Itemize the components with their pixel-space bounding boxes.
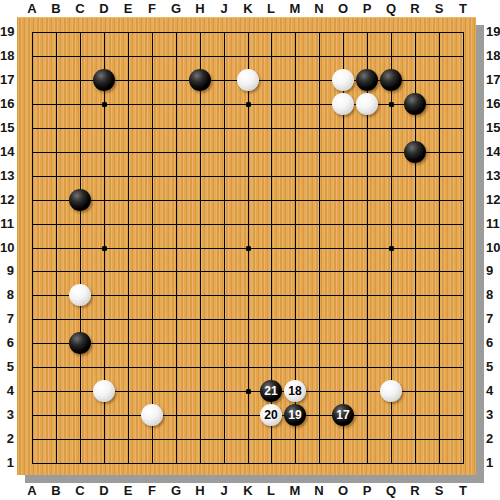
point-h5[interactable]: [188, 355, 212, 379]
point-j10[interactable]: [212, 235, 236, 259]
point-q9[interactable]: [379, 259, 403, 283]
point-g10[interactable]: [164, 235, 188, 259]
point-m2[interactable]: [283, 427, 307, 451]
point-q6[interactable]: [379, 331, 403, 355]
point-k3[interactable]: [235, 403, 259, 427]
point-a8[interactable]: [20, 283, 44, 307]
point-g14[interactable]: [164, 140, 188, 164]
point-n1[interactable]: [307, 451, 331, 475]
point-l16[interactable]: [259, 92, 283, 116]
point-g16[interactable]: [164, 92, 188, 116]
point-o12[interactable]: [331, 188, 355, 212]
point-d5[interactable]: [92, 355, 116, 379]
point-h14[interactable]: [188, 140, 212, 164]
point-t16[interactable]: [451, 92, 475, 116]
point-q2[interactable]: [379, 427, 403, 451]
point-t17[interactable]: [451, 68, 475, 92]
point-t13[interactable]: [451, 164, 475, 188]
point-b6[interactable]: [44, 331, 68, 355]
point-p12[interactable]: [355, 188, 379, 212]
point-n4[interactable]: [307, 379, 331, 403]
point-t15[interactable]: [451, 116, 475, 140]
point-h3[interactable]: [188, 403, 212, 427]
point-c13[interactable]: [68, 164, 92, 188]
point-d6[interactable]: [92, 331, 116, 355]
point-j6[interactable]: [212, 331, 236, 355]
point-g1[interactable]: [164, 451, 188, 475]
point-g17[interactable]: [164, 68, 188, 92]
point-h11[interactable]: [188, 212, 212, 236]
point-f8[interactable]: [140, 283, 164, 307]
point-a7[interactable]: [20, 307, 44, 331]
point-f12[interactable]: [140, 188, 164, 212]
point-n19[interactable]: [307, 20, 331, 44]
point-a4[interactable]: [20, 379, 44, 403]
point-r7[interactable]: [403, 307, 427, 331]
point-k7[interactable]: [235, 307, 259, 331]
point-a5[interactable]: [20, 355, 44, 379]
point-j11[interactable]: [212, 212, 236, 236]
point-s13[interactable]: [427, 164, 451, 188]
point-n16[interactable]: [307, 92, 331, 116]
point-k9[interactable]: [235, 259, 259, 283]
point-c18[interactable]: [68, 44, 92, 68]
point-p10[interactable]: [355, 235, 379, 259]
point-m12[interactable]: [283, 188, 307, 212]
point-g6[interactable]: [164, 331, 188, 355]
point-b3[interactable]: [44, 403, 68, 427]
point-a17[interactable]: [20, 68, 44, 92]
point-e12[interactable]: [116, 188, 140, 212]
point-c19[interactable]: [68, 20, 92, 44]
point-e4[interactable]: [116, 379, 140, 403]
point-o13[interactable]: [331, 164, 355, 188]
point-o18[interactable]: [331, 44, 355, 68]
point-a18[interactable]: [20, 44, 44, 68]
point-n8[interactable]: [307, 283, 331, 307]
point-a12[interactable]: [20, 188, 44, 212]
point-s2[interactable]: [427, 427, 451, 451]
point-n9[interactable]: [307, 259, 331, 283]
point-h7[interactable]: [188, 307, 212, 331]
point-t7[interactable]: [451, 307, 475, 331]
point-o4[interactable]: [331, 379, 355, 403]
point-r4[interactable]: [403, 379, 427, 403]
point-q8[interactable]: [379, 283, 403, 307]
point-m9[interactable]: [283, 259, 307, 283]
point-e7[interactable]: [116, 307, 140, 331]
point-h1[interactable]: [188, 451, 212, 475]
point-m18[interactable]: [283, 44, 307, 68]
point-m5[interactable]: [283, 355, 307, 379]
point-e1[interactable]: [116, 451, 140, 475]
point-d12[interactable]: [92, 188, 116, 212]
point-n17[interactable]: [307, 68, 331, 92]
point-d2[interactable]: [92, 427, 116, 451]
point-q7[interactable]: [379, 307, 403, 331]
point-l2[interactable]: [259, 427, 283, 451]
point-b17[interactable]: [44, 68, 68, 92]
point-s12[interactable]: [427, 188, 451, 212]
point-n18[interactable]: [307, 44, 331, 68]
point-t12[interactable]: [451, 188, 475, 212]
point-t6[interactable]: [451, 331, 475, 355]
point-h4[interactable]: [188, 379, 212, 403]
point-o5[interactable]: [331, 355, 355, 379]
point-h6[interactable]: [188, 331, 212, 355]
point-p9[interactable]: [355, 259, 379, 283]
point-q5[interactable]: [379, 355, 403, 379]
point-g13[interactable]: [164, 164, 188, 188]
point-f15[interactable]: [140, 116, 164, 140]
point-o1[interactable]: [331, 451, 355, 475]
point-r1[interactable]: [403, 451, 427, 475]
point-p11[interactable]: [355, 212, 379, 236]
point-o19[interactable]: [331, 20, 355, 44]
point-r17[interactable]: [403, 68, 427, 92]
point-m16[interactable]: [283, 92, 307, 116]
point-t9[interactable]: [451, 259, 475, 283]
point-s7[interactable]: [427, 307, 451, 331]
point-p5[interactable]: [355, 355, 379, 379]
point-a19[interactable]: [20, 20, 44, 44]
point-b5[interactable]: [44, 355, 68, 379]
point-o8[interactable]: [331, 283, 355, 307]
point-l8[interactable]: [259, 283, 283, 307]
point-g7[interactable]: [164, 307, 188, 331]
point-b15[interactable]: [44, 116, 68, 140]
point-j15[interactable]: [212, 116, 236, 140]
point-s19[interactable]: [427, 20, 451, 44]
point-p14[interactable]: [355, 140, 379, 164]
point-q16[interactable]: [379, 92, 403, 116]
point-q14[interactable]: [379, 140, 403, 164]
point-f5[interactable]: [140, 355, 164, 379]
point-l5[interactable]: [259, 355, 283, 379]
point-a2[interactable]: [20, 427, 44, 451]
point-s17[interactable]: [427, 68, 451, 92]
point-f10[interactable]: [140, 235, 164, 259]
point-g11[interactable]: [164, 212, 188, 236]
point-o9[interactable]: [331, 259, 355, 283]
point-e10[interactable]: [116, 235, 140, 259]
point-a10[interactable]: [20, 235, 44, 259]
point-d9[interactable]: [92, 259, 116, 283]
point-b4[interactable]: [44, 379, 68, 403]
point-c4[interactable]: [68, 379, 92, 403]
point-h18[interactable]: [188, 44, 212, 68]
point-l19[interactable]: [259, 20, 283, 44]
point-j17[interactable]: [212, 68, 236, 92]
point-e9[interactable]: [116, 259, 140, 283]
point-g8[interactable]: [164, 283, 188, 307]
point-o2[interactable]: [331, 427, 355, 451]
point-k4[interactable]: [235, 379, 259, 403]
point-h16[interactable]: [188, 92, 212, 116]
point-p8[interactable]: [355, 283, 379, 307]
point-b10[interactable]: [44, 235, 68, 259]
point-d10[interactable]: [92, 235, 116, 259]
point-c11[interactable]: [68, 212, 92, 236]
point-k6[interactable]: [235, 331, 259, 355]
point-f11[interactable]: [140, 212, 164, 236]
point-p7[interactable]: [355, 307, 379, 331]
point-b13[interactable]: [44, 164, 68, 188]
point-s18[interactable]: [427, 44, 451, 68]
point-n2[interactable]: [307, 427, 331, 451]
point-s14[interactable]: [427, 140, 451, 164]
point-e15[interactable]: [116, 116, 140, 140]
point-g2[interactable]: [164, 427, 188, 451]
point-s15[interactable]: [427, 116, 451, 140]
point-g4[interactable]: [164, 379, 188, 403]
point-t11[interactable]: [451, 212, 475, 236]
point-o10[interactable]: [331, 235, 355, 259]
point-s1[interactable]: [427, 451, 451, 475]
point-p2[interactable]: [355, 427, 379, 451]
point-o6[interactable]: [331, 331, 355, 355]
point-j9[interactable]: [212, 259, 236, 283]
point-b1[interactable]: [44, 451, 68, 475]
point-o14[interactable]: [331, 140, 355, 164]
point-q13[interactable]: [379, 164, 403, 188]
point-q11[interactable]: [379, 212, 403, 236]
point-s8[interactable]: [427, 283, 451, 307]
point-d18[interactable]: [92, 44, 116, 68]
point-k15[interactable]: [235, 116, 259, 140]
point-a15[interactable]: [20, 116, 44, 140]
point-t8[interactable]: [451, 283, 475, 307]
point-j2[interactable]: [212, 427, 236, 451]
point-l15[interactable]: [259, 116, 283, 140]
point-c9[interactable]: [68, 259, 92, 283]
point-r19[interactable]: [403, 20, 427, 44]
point-c10[interactable]: [68, 235, 92, 259]
point-d13[interactable]: [92, 164, 116, 188]
point-d1[interactable]: [92, 451, 116, 475]
point-c14[interactable]: [68, 140, 92, 164]
point-t5[interactable]: [451, 355, 475, 379]
point-b9[interactable]: [44, 259, 68, 283]
point-d14[interactable]: [92, 140, 116, 164]
point-d7[interactable]: [92, 307, 116, 331]
point-a14[interactable]: [20, 140, 44, 164]
point-c5[interactable]: [68, 355, 92, 379]
point-f9[interactable]: [140, 259, 164, 283]
point-p4[interactable]: [355, 379, 379, 403]
point-m14[interactable]: [283, 140, 307, 164]
point-e11[interactable]: [116, 212, 140, 236]
point-l6[interactable]: [259, 331, 283, 355]
point-c15[interactable]: [68, 116, 92, 140]
point-b11[interactable]: [44, 212, 68, 236]
point-d16[interactable]: [92, 92, 116, 116]
point-k19[interactable]: [235, 20, 259, 44]
point-b14[interactable]: [44, 140, 68, 164]
point-l7[interactable]: [259, 307, 283, 331]
point-q10[interactable]: [379, 235, 403, 259]
point-m7[interactable]: [283, 307, 307, 331]
point-r9[interactable]: [403, 259, 427, 283]
point-b12[interactable]: [44, 188, 68, 212]
point-f18[interactable]: [140, 44, 164, 68]
point-j16[interactable]: [212, 92, 236, 116]
point-r8[interactable]: [403, 283, 427, 307]
point-h19[interactable]: [188, 20, 212, 44]
point-p3[interactable]: [355, 403, 379, 427]
point-e5[interactable]: [116, 355, 140, 379]
point-r13[interactable]: [403, 164, 427, 188]
point-e3[interactable]: [116, 403, 140, 427]
point-e8[interactable]: [116, 283, 140, 307]
point-n7[interactable]: [307, 307, 331, 331]
point-k13[interactable]: [235, 164, 259, 188]
point-s9[interactable]: [427, 259, 451, 283]
point-j4[interactable]: [212, 379, 236, 403]
point-r11[interactable]: [403, 212, 427, 236]
point-g5[interactable]: [164, 355, 188, 379]
point-h2[interactable]: [188, 427, 212, 451]
point-b7[interactable]: [44, 307, 68, 331]
point-l14[interactable]: [259, 140, 283, 164]
point-f13[interactable]: [140, 164, 164, 188]
point-j3[interactable]: [212, 403, 236, 427]
point-t14[interactable]: [451, 140, 475, 164]
point-f19[interactable]: [140, 20, 164, 44]
point-e19[interactable]: [116, 20, 140, 44]
point-j19[interactable]: [212, 20, 236, 44]
point-d3[interactable]: [92, 403, 116, 427]
point-r18[interactable]: [403, 44, 427, 68]
point-r6[interactable]: [403, 331, 427, 355]
point-a1[interactable]: [20, 451, 44, 475]
point-l12[interactable]: [259, 188, 283, 212]
point-r10[interactable]: [403, 235, 427, 259]
point-m10[interactable]: [283, 235, 307, 259]
point-n11[interactable]: [307, 212, 331, 236]
point-t3[interactable]: [451, 403, 475, 427]
point-j12[interactable]: [212, 188, 236, 212]
point-f14[interactable]: [140, 140, 164, 164]
point-q12[interactable]: [379, 188, 403, 212]
point-q1[interactable]: [379, 451, 403, 475]
point-g3[interactable]: [164, 403, 188, 427]
point-c3[interactable]: [68, 403, 92, 427]
point-l13[interactable]: [259, 164, 283, 188]
point-r12[interactable]: [403, 188, 427, 212]
point-t1[interactable]: [451, 451, 475, 475]
point-n6[interactable]: [307, 331, 331, 355]
point-c17[interactable]: [68, 68, 92, 92]
point-m15[interactable]: [283, 116, 307, 140]
point-c1[interactable]: [68, 451, 92, 475]
point-n14[interactable]: [307, 140, 331, 164]
point-t10[interactable]: [451, 235, 475, 259]
point-s3[interactable]: [427, 403, 451, 427]
point-a13[interactable]: [20, 164, 44, 188]
point-k11[interactable]: [235, 212, 259, 236]
point-o7[interactable]: [331, 307, 355, 331]
point-f2[interactable]: [140, 427, 164, 451]
point-f4[interactable]: [140, 379, 164, 403]
point-k5[interactable]: [235, 355, 259, 379]
point-b16[interactable]: [44, 92, 68, 116]
point-j8[interactable]: [212, 283, 236, 307]
point-r15[interactable]: [403, 116, 427, 140]
point-t4[interactable]: [451, 379, 475, 403]
point-q3[interactable]: [379, 403, 403, 427]
point-m6[interactable]: [283, 331, 307, 355]
point-e18[interactable]: [116, 44, 140, 68]
point-g12[interactable]: [164, 188, 188, 212]
point-g9[interactable]: [164, 259, 188, 283]
point-s11[interactable]: [427, 212, 451, 236]
point-l1[interactable]: [259, 451, 283, 475]
point-p18[interactable]: [355, 44, 379, 68]
point-t19[interactable]: [451, 20, 475, 44]
point-l17[interactable]: [259, 68, 283, 92]
point-r5[interactable]: [403, 355, 427, 379]
point-p19[interactable]: [355, 20, 379, 44]
point-p1[interactable]: [355, 451, 379, 475]
point-o11[interactable]: [331, 212, 355, 236]
point-n10[interactable]: [307, 235, 331, 259]
point-g18[interactable]: [164, 44, 188, 68]
point-f17[interactable]: [140, 68, 164, 92]
point-m17[interactable]: [283, 68, 307, 92]
point-m19[interactable]: [283, 20, 307, 44]
point-b18[interactable]: [44, 44, 68, 68]
point-f16[interactable]: [140, 92, 164, 116]
point-e14[interactable]: [116, 140, 140, 164]
point-j14[interactable]: [212, 140, 236, 164]
point-g19[interactable]: [164, 20, 188, 44]
point-s4[interactable]: [427, 379, 451, 403]
point-a3[interactable]: [20, 403, 44, 427]
point-a9[interactable]: [20, 259, 44, 283]
point-j7[interactable]: [212, 307, 236, 331]
point-n5[interactable]: [307, 355, 331, 379]
point-j1[interactable]: [212, 451, 236, 475]
point-p15[interactable]: [355, 116, 379, 140]
point-h15[interactable]: [188, 116, 212, 140]
point-n3[interactable]: [307, 403, 331, 427]
point-p13[interactable]: [355, 164, 379, 188]
point-r2[interactable]: [403, 427, 427, 451]
point-c2[interactable]: [68, 427, 92, 451]
point-k14[interactable]: [235, 140, 259, 164]
point-c7[interactable]: [68, 307, 92, 331]
point-l10[interactable]: [259, 235, 283, 259]
point-d15[interactable]: [92, 116, 116, 140]
point-b2[interactable]: [44, 427, 68, 451]
point-j18[interactable]: [212, 44, 236, 68]
point-k2[interactable]: [235, 427, 259, 451]
point-f7[interactable]: [140, 307, 164, 331]
point-m8[interactable]: [283, 283, 307, 307]
point-m1[interactable]: [283, 451, 307, 475]
point-q15[interactable]: [379, 116, 403, 140]
point-j13[interactable]: [212, 164, 236, 188]
point-k12[interactable]: [235, 188, 259, 212]
point-e2[interactable]: [116, 427, 140, 451]
point-j5[interactable]: [212, 355, 236, 379]
point-q18[interactable]: [379, 44, 403, 68]
point-l18[interactable]: [259, 44, 283, 68]
point-s5[interactable]: [427, 355, 451, 379]
point-p6[interactable]: [355, 331, 379, 355]
point-e6[interactable]: [116, 331, 140, 355]
